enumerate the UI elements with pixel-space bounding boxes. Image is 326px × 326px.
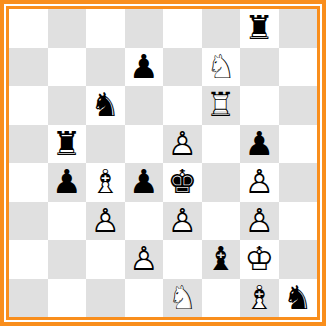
square-g6[interactable]: [240, 86, 279, 125]
square-b5[interactable]: ♜: [48, 125, 87, 164]
white-pawn-outline: ♙: [167, 127, 197, 160]
square-a2[interactable]: [9, 240, 48, 279]
square-a7[interactable]: [9, 48, 48, 87]
black-pawn[interactable]: ♟: [48, 163, 87, 202]
square-b4[interactable]: ♟: [48, 163, 87, 202]
square-f4[interactable]: [202, 163, 241, 202]
square-g7[interactable]: [240, 48, 279, 87]
square-g8[interactable]: ♜: [240, 9, 279, 48]
square-a5[interactable]: [9, 125, 48, 164]
square-g4[interactable]: ♟♙: [240, 163, 279, 202]
white-pawn-outline: ♙: [244, 165, 274, 198]
square-c7[interactable]: [86, 48, 125, 87]
black-pawn[interactable]: ♟: [125, 48, 164, 87]
square-e7[interactable]: [163, 48, 202, 87]
square-c1[interactable]: [86, 279, 125, 318]
black-knight-glyph: ♞: [283, 281, 313, 314]
square-c5[interactable]: [86, 125, 125, 164]
square-c4[interactable]: ♝♗: [86, 163, 125, 202]
white-pawn[interactable]: ♟♙: [86, 202, 125, 241]
black-rook-glyph: ♜: [244, 11, 274, 44]
white-king-outline: ♔: [244, 242, 274, 275]
black-bishop-glyph: ♝: [206, 242, 236, 275]
black-pawn[interactable]: ♟: [125, 163, 164, 202]
board-frame-inner: ♜♟♞♘♞♜♖♜♟♙♟♟♝♗♟♚♟♙♟♙♟♙♟♙♟♙♝♚♔♞♘♝♗♞: [6, 6, 320, 320]
white-pawn-outline: ♙: [90, 204, 120, 237]
square-h6[interactable]: [279, 86, 318, 125]
black-pawn[interactable]: ♟: [240, 125, 279, 164]
black-pawn-glyph: ♟: [129, 50, 159, 83]
square-d2[interactable]: ♟♙: [125, 240, 164, 279]
white-bishop[interactable]: ♝♗: [86, 163, 125, 202]
black-pawn-glyph: ♟: [52, 165, 82, 198]
square-g1[interactable]: ♝♗: [240, 279, 279, 318]
square-f6[interactable]: ♜♖: [202, 86, 241, 125]
square-g3[interactable]: ♟♙: [240, 202, 279, 241]
chess-board: ♜♟♞♘♞♜♖♜♟♙♟♟♝♗♟♚♟♙♟♙♟♙♟♙♟♙♝♚♔♞♘♝♗♞: [9, 9, 317, 317]
white-pawn-outline: ♙: [244, 204, 274, 237]
square-e3[interactable]: ♟♙: [163, 202, 202, 241]
white-king[interactable]: ♚♔: [240, 240, 279, 279]
square-c8[interactable]: [86, 9, 125, 48]
square-d5[interactable]: [125, 125, 164, 164]
square-d3[interactable]: [125, 202, 164, 241]
black-king-glyph: ♚: [167, 165, 197, 198]
square-d7[interactable]: ♟: [125, 48, 164, 87]
square-b3[interactable]: [48, 202, 87, 241]
square-e5[interactable]: ♟♙: [163, 125, 202, 164]
black-pawn-glyph: ♟: [244, 127, 274, 160]
square-h7[interactable]: [279, 48, 318, 87]
square-h1[interactable]: ♞: [279, 279, 318, 318]
white-knight-outline: ♘: [206, 50, 236, 83]
white-knight-outline: ♘: [167, 281, 197, 314]
square-b8[interactable]: [48, 9, 87, 48]
square-d1[interactable]: [125, 279, 164, 318]
square-f2[interactable]: ♝: [202, 240, 241, 279]
square-d6[interactable]: [125, 86, 164, 125]
square-c6[interactable]: ♞: [86, 86, 125, 125]
black-pawn-glyph: ♟: [129, 165, 159, 198]
square-h5[interactable]: [279, 125, 318, 164]
white-knight[interactable]: ♞♘: [202, 48, 241, 87]
square-h2[interactable]: [279, 240, 318, 279]
white-bishop-outline: ♗: [90, 165, 120, 198]
square-a6[interactable]: [9, 86, 48, 125]
black-knight[interactable]: ♞: [279, 279, 318, 318]
square-d8[interactable]: [125, 9, 164, 48]
white-pawn[interactable]: ♟♙: [240, 163, 279, 202]
square-b6[interactable]: [48, 86, 87, 125]
square-f5[interactable]: [202, 125, 241, 164]
square-a8[interactable]: [9, 9, 48, 48]
board-frame-outer: ♜♟♞♘♞♜♖♜♟♙♟♟♝♗♟♚♟♙♟♙♟♙♟♙♟♙♝♚♔♞♘♝♗♞: [0, 0, 326, 326]
square-a4[interactable]: [9, 163, 48, 202]
square-h3[interactable]: [279, 202, 318, 241]
white-knight[interactable]: ♞♘: [163, 279, 202, 318]
square-c2[interactable]: [86, 240, 125, 279]
square-b2[interactable]: [48, 240, 87, 279]
square-a1[interactable]: [9, 279, 48, 318]
square-f7[interactable]: ♞♘: [202, 48, 241, 87]
square-b1[interactable]: [48, 279, 87, 318]
black-bishop[interactable]: ♝: [202, 240, 241, 279]
white-pawn[interactable]: ♟♙: [240, 202, 279, 241]
white-pawn-outline: ♙: [129, 242, 159, 275]
white-pawn[interactable]: ♟♙: [125, 240, 164, 279]
square-h8[interactable]: [279, 9, 318, 48]
white-rook[interactable]: ♜♖: [202, 86, 241, 125]
square-b7[interactable]: [48, 48, 87, 87]
square-d4[interactable]: ♟: [125, 163, 164, 202]
square-f3[interactable]: [202, 202, 241, 241]
square-e8[interactable]: [163, 9, 202, 48]
black-knight[interactable]: ♞: [86, 86, 125, 125]
square-g2[interactable]: ♚♔: [240, 240, 279, 279]
white-bishop[interactable]: ♝♗: [240, 279, 279, 318]
square-e6[interactable]: [163, 86, 202, 125]
black-rook[interactable]: ♜: [240, 9, 279, 48]
square-c3[interactable]: ♟♙: [86, 202, 125, 241]
square-f1[interactable]: [202, 279, 241, 318]
black-rook-glyph: ♜: [52, 127, 82, 160]
square-h4[interactable]: [279, 163, 318, 202]
black-knight-glyph: ♞: [90, 88, 120, 121]
square-e2[interactable]: [163, 240, 202, 279]
white-rook-outline: ♖: [206, 88, 236, 121]
white-bishop-outline: ♗: [244, 281, 274, 314]
white-pawn-outline: ♙: [167, 204, 197, 237]
square-e4[interactable]: ♚: [163, 163, 202, 202]
black-rook[interactable]: ♜: [48, 125, 87, 164]
square-a3[interactable]: [9, 202, 48, 241]
square-g5[interactable]: ♟: [240, 125, 279, 164]
white-pawn[interactable]: ♟♙: [163, 202, 202, 241]
board-frame-stripe: ♜♟♞♘♞♜♖♜♟♙♟♟♝♗♟♚♟♙♟♙♟♙♟♙♟♙♝♚♔♞♘♝♗♞: [4, 4, 322, 322]
square-f8[interactable]: [202, 9, 241, 48]
black-king[interactable]: ♚: [163, 163, 202, 202]
square-e1[interactable]: ♞♘: [163, 279, 202, 318]
white-pawn[interactable]: ♟♙: [163, 125, 202, 164]
